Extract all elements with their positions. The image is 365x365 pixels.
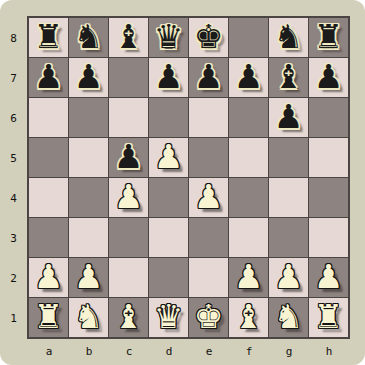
black-queen-d8[interactable]: ♛ [154, 17, 184, 56]
file-label-b: b [69, 341, 109, 361]
white-knight-g1[interactable]: ♞ [274, 297, 304, 336]
square-c5[interactable]: ♟ [109, 138, 148, 177]
file-label-c: c [109, 341, 149, 361]
rank-label-7: 7 [0, 58, 27, 98]
white-pawn-c4[interactable]: ♟ [114, 177, 144, 216]
black-bishop-c8[interactable]: ♝ [114, 17, 144, 56]
square-b3[interactable] [69, 218, 108, 257]
file-label-f: f [229, 341, 269, 361]
file-label-a: a [29, 341, 69, 361]
rank-label-4: 4 [0, 178, 27, 218]
rank-label-2: 2 [0, 258, 27, 298]
square-h7[interactable]: ♟ [309, 58, 348, 97]
square-b2[interactable]: ♟ [69, 258, 108, 297]
square-d3[interactable] [149, 218, 188, 257]
rank-label-3: 3 [0, 218, 27, 258]
square-a4[interactable] [29, 178, 68, 217]
square-c6[interactable] [109, 98, 148, 137]
square-f4[interactable] [229, 178, 268, 217]
black-pawn-h7[interactable]: ♟ [314, 57, 344, 96]
square-h3[interactable] [309, 218, 348, 257]
square-f5[interactable] [229, 138, 268, 177]
square-e1[interactable]: ♚ [189, 298, 228, 337]
square-a7[interactable]: ♟ [29, 58, 68, 97]
black-bishop-g7[interactable]: ♝ [274, 57, 304, 96]
white-pawn-a2[interactable]: ♟ [34, 257, 64, 296]
board: ♜♞♝♛♚♞♜♟♟♟♟♟♝♟♟♟♟♟♟♟♟♟♟♟♜♞♝♛♚♝♞♜ [27, 16, 350, 339]
square-g7[interactable]: ♝ [269, 58, 308, 97]
square-f7[interactable]: ♟ [229, 58, 268, 97]
white-rook-a1[interactable]: ♜ [34, 297, 64, 336]
square-c1[interactable]: ♝ [109, 298, 148, 337]
square-h1[interactable]: ♜ [309, 298, 348, 337]
white-pawn-e4[interactable]: ♟ [194, 177, 224, 216]
rank-label-6: 6 [0, 98, 27, 138]
rank-label-1: 1 [0, 298, 27, 338]
square-b5[interactable] [69, 138, 108, 177]
square-g2[interactable]: ♟ [269, 258, 308, 297]
square-a1[interactable]: ♜ [29, 298, 68, 337]
square-c8[interactable]: ♝ [109, 18, 148, 57]
square-c3[interactable] [109, 218, 148, 257]
black-pawn-c5[interactable]: ♟ [114, 137, 144, 176]
black-pawn-f7[interactable]: ♟ [234, 57, 264, 96]
square-e5[interactable] [189, 138, 228, 177]
black-rook-a8[interactable]: ♜ [34, 17, 64, 56]
rank-label-5: 5 [0, 138, 27, 178]
black-knight-g8[interactable]: ♞ [274, 17, 304, 56]
square-a2[interactable]: ♟ [29, 258, 68, 297]
square-a8[interactable]: ♜ [29, 18, 68, 57]
white-bishop-f1[interactable]: ♝ [234, 297, 264, 336]
white-knight-b1[interactable]: ♞ [74, 297, 104, 336]
square-f2[interactable]: ♟ [229, 258, 268, 297]
file-label-e: e [189, 341, 229, 361]
square-g1[interactable]: ♞ [269, 298, 308, 337]
square-e4[interactable]: ♟ [189, 178, 228, 217]
square-b7[interactable]: ♟ [69, 58, 108, 97]
file-label-h: h [309, 341, 349, 361]
black-king-e8[interactable]: ♚ [194, 17, 224, 56]
square-b8[interactable]: ♞ [69, 18, 108, 57]
square-a3[interactable] [29, 218, 68, 257]
black-rook-h8[interactable]: ♜ [314, 17, 344, 56]
square-d2[interactable] [149, 258, 188, 297]
file-label-d: d [149, 341, 189, 361]
rank-labels: 87654321 [0, 18, 27, 338]
square-g6[interactable]: ♟ [269, 98, 308, 137]
black-pawn-d7[interactable]: ♟ [154, 57, 184, 96]
square-f1[interactable]: ♝ [229, 298, 268, 337]
square-d8[interactable]: ♛ [149, 18, 188, 57]
white-queen-d1[interactable]: ♛ [154, 297, 184, 336]
square-g5[interactable] [269, 138, 308, 177]
square-g3[interactable] [269, 218, 308, 257]
black-pawn-b7[interactable]: ♟ [74, 57, 104, 96]
square-h2[interactable]: ♟ [309, 258, 348, 297]
square-h5[interactable] [309, 138, 348, 177]
square-f6[interactable] [229, 98, 268, 137]
square-a5[interactable] [29, 138, 68, 177]
square-b4[interactable] [69, 178, 108, 217]
square-d7[interactable]: ♟ [149, 58, 188, 97]
file-label-g: g [269, 341, 309, 361]
white-pawn-h2[interactable]: ♟ [314, 257, 344, 296]
square-b1[interactable]: ♞ [69, 298, 108, 337]
square-c7[interactable] [109, 58, 148, 97]
white-pawn-g2[interactable]: ♟ [274, 257, 304, 296]
square-g4[interactable] [269, 178, 308, 217]
square-e7[interactable]: ♟ [189, 58, 228, 97]
square-b6[interactable] [69, 98, 108, 137]
white-pawn-b2[interactable]: ♟ [74, 257, 104, 296]
square-e2[interactable] [189, 258, 228, 297]
white-pawn-f2[interactable]: ♟ [234, 257, 264, 296]
square-f8[interactable] [229, 18, 268, 57]
square-h8[interactable]: ♜ [309, 18, 348, 57]
square-c2[interactable] [109, 258, 148, 297]
black-pawn-g6[interactable]: ♟ [274, 97, 304, 136]
square-d1[interactable]: ♛ [149, 298, 188, 337]
black-pawn-a7[interactable]: ♟ [34, 57, 64, 96]
white-pawn-d5[interactable]: ♟ [154, 137, 184, 176]
black-pawn-e7[interactable]: ♟ [194, 57, 224, 96]
file-labels: abcdefgh [29, 341, 349, 361]
square-a6[interactable] [29, 98, 68, 137]
white-rook-h1[interactable]: ♜ [314, 297, 344, 336]
square-c4[interactable]: ♟ [109, 178, 148, 217]
square-d4[interactable] [149, 178, 188, 217]
white-bishop-c1[interactable]: ♝ [114, 297, 144, 336]
square-d5[interactable]: ♟ [149, 138, 188, 177]
square-h4[interactable] [309, 178, 348, 217]
square-f3[interactable] [229, 218, 268, 257]
square-h6[interactable] [309, 98, 348, 137]
white-king-e1[interactable]: ♚ [194, 297, 224, 336]
square-g8[interactable]: ♞ [269, 18, 308, 57]
square-e3[interactable] [189, 218, 228, 257]
rank-label-8: 8 [0, 18, 27, 58]
board-panel: 87654321 ♜♞♝♛♚♞♜♟♟♟♟♟♝♟♟♟♟♟♟♟♟♟♟♟♜♞♝♛♚♝♞… [0, 0, 365, 365]
square-d6[interactable] [149, 98, 188, 137]
black-knight-b8[interactable]: ♞ [74, 17, 104, 56]
square-e6[interactable] [189, 98, 228, 137]
square-e8[interactable]: ♚ [189, 18, 228, 57]
